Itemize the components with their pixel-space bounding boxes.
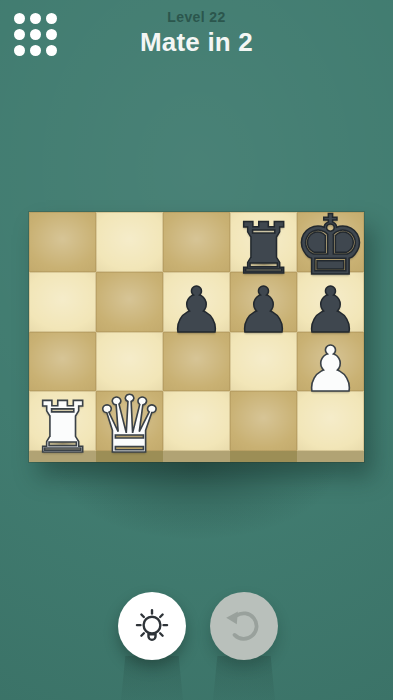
white-rook[interactable]: ♜: [31, 392, 95, 463]
black-pawn[interactable]: ♟: [302, 279, 358, 342]
app-screen: Level 22 Mate in 2 ♜♚♟♟♟♟♜♛: [0, 0, 393, 700]
board-square-a3[interactable]: [29, 272, 96, 332]
board-square-e4[interactable]: ♚: [297, 212, 364, 272]
board-square-b1[interactable]: ♛: [96, 391, 163, 451]
menu-button[interactable]: [13, 12, 59, 58]
lightbulb-icon: [130, 603, 174, 649]
board-square-a4[interactable]: [29, 212, 96, 272]
white-queen[interactable]: ♛: [94, 386, 165, 465]
black-pawn[interactable]: ♟: [168, 279, 224, 342]
board-square-d3[interactable]: ♟: [230, 272, 297, 332]
black-pawn[interactable]: ♟: [235, 279, 291, 342]
board-edge-segment: [163, 451, 230, 462]
undo-arrow-icon: [224, 606, 264, 646]
board-edge-segment: [230, 451, 297, 462]
undo-button[interactable]: [210, 592, 278, 660]
board-square-e3[interactable]: ♟: [297, 272, 364, 332]
board-square-c3[interactable]: ♟: [163, 272, 230, 332]
board-square-a1[interactable]: ♜: [29, 391, 96, 451]
board-square-a2[interactable]: [29, 332, 96, 392]
hint-button[interactable]: [118, 592, 186, 660]
board-square-d4[interactable]: ♜: [230, 212, 297, 272]
board-square-e2[interactable]: ♟: [297, 332, 364, 392]
board-squares: ♜♚♟♟♟♟♜♛: [29, 212, 364, 451]
board-square-b4[interactable]: [96, 212, 163, 272]
board-square-c1[interactable]: [163, 391, 230, 451]
undo-button-beam: [213, 656, 275, 700]
board-edge-segment: [297, 451, 364, 462]
white-pawn[interactable]: ♟: [302, 338, 358, 401]
grid-menu-icon: [14, 13, 25, 24]
board-square-d1[interactable]: [230, 391, 297, 451]
board-square-b3[interactable]: [96, 272, 163, 332]
chess-board: ♜♚♟♟♟♟♜♛: [29, 212, 364, 462]
hint-button-beam: [121, 656, 183, 700]
board-square-c4[interactable]: [163, 212, 230, 272]
